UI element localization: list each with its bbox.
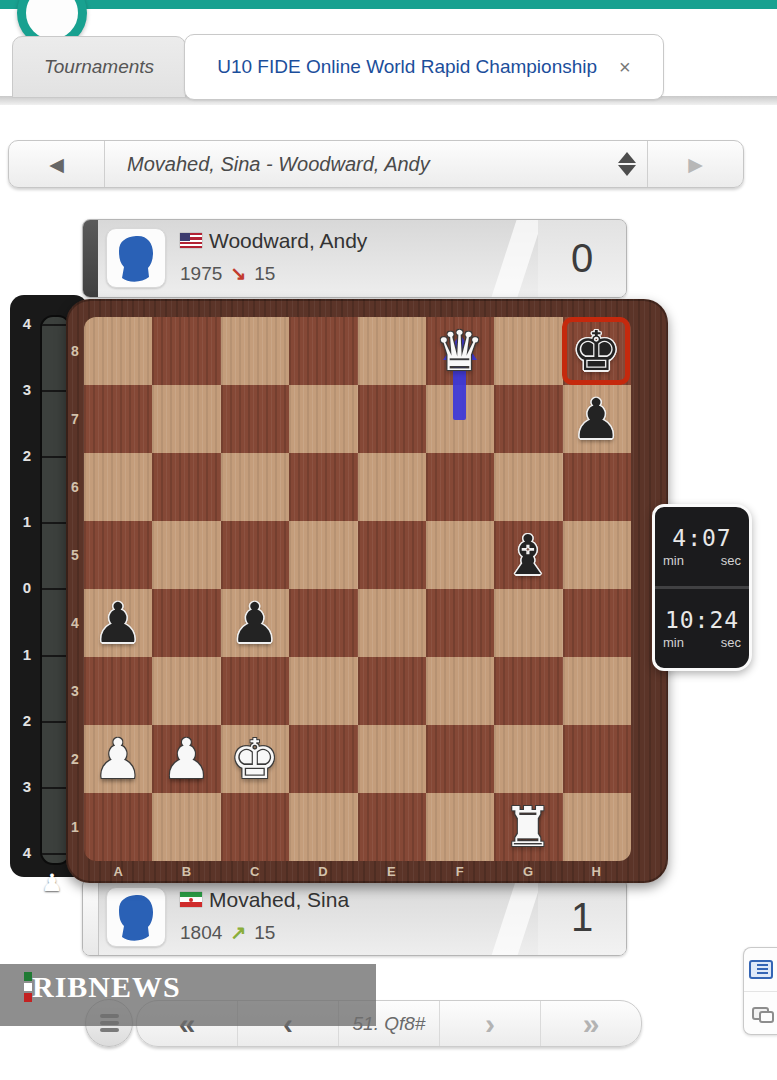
eval-scale-label: 1 <box>18 646 36 663</box>
min-label: min <box>663 553 684 568</box>
square-e2[interactable] <box>358 725 426 793</box>
square-c7[interactable] <box>221 385 289 453</box>
player-avatar-icon <box>116 893 156 941</box>
square-d2[interactable] <box>289 725 357 793</box>
file-label-A: A <box>84 861 152 881</box>
eval-scale-tick <box>42 721 69 723</box>
square-f2[interactable] <box>426 725 494 793</box>
list-icon <box>749 960 773 979</box>
eval-scale-label: 4 <box>18 315 36 332</box>
eval-scale-label: 0 <box>18 579 36 596</box>
file-label-H: H <box>562 861 630 881</box>
tab-active-label: U10 FIDE Online World Rapid Championship <box>217 56 597 78</box>
player-name-white: Movahed, Sina <box>209 888 349 912</box>
square-b6[interactable] <box>152 453 220 521</box>
square-h5[interactable] <box>563 521 631 589</box>
avatar <box>106 887 166 947</box>
square-a3[interactable] <box>84 657 152 725</box>
rank-label-4: 4 <box>66 589 84 657</box>
square-f4[interactable] <box>426 589 494 657</box>
eval-scale-tick <box>42 390 69 392</box>
notation-list-button[interactable] <box>744 948 777 991</box>
square-c5[interactable] <box>221 521 289 589</box>
player-name-black: Woodward, Andy <box>209 229 367 253</box>
piece-black-pawn-c4[interactable]: ♟ <box>221 589 289 657</box>
square-f1[interactable] <box>426 793 494 861</box>
square-g8[interactable] <box>494 317 562 385</box>
square-d1[interactable] <box>289 793 357 861</box>
square-e6[interactable] <box>358 453 426 521</box>
square-e8[interactable] <box>358 317 426 385</box>
chat-button[interactable] <box>744 991 777 1035</box>
game-clock: 4:07 min sec 10:24 min sec <box>652 504 752 671</box>
square-g2[interactable] <box>494 725 562 793</box>
eval-scale-label: 2 <box>18 447 36 464</box>
live-game-viewer: Tournaments U10 FIDE Online World Rapid … <box>0 0 777 1080</box>
square-g6[interactable] <box>494 453 562 521</box>
sec-label: sec <box>721 635 741 650</box>
rating-trend-up-icon: ↗ <box>230 921 246 944</box>
game-selector-title: Movahed, Sina - Woodward, Andy <box>105 141 607 187</box>
piece-white-king-c2[interactable]: ♚ <box>221 725 289 793</box>
square-b3[interactable] <box>152 657 220 725</box>
piece-black-pawn-a4[interactable]: ♟ <box>84 589 152 657</box>
score-black: 0 <box>538 220 626 297</box>
square-a8[interactable] <box>84 317 152 385</box>
eval-scale-tick <box>42 655 69 657</box>
watermark-text: RIBNEWS <box>32 970 181 1004</box>
chat-bubbles-icon <box>752 1007 770 1019</box>
spinner-down-icon <box>618 165 636 176</box>
rank-label-7: 7 <box>66 385 84 453</box>
square-a5[interactable] <box>84 521 152 589</box>
clock-black: 4:07 min sec <box>655 507 749 586</box>
square-b1[interactable] <box>152 793 220 861</box>
eval-scale-tick <box>42 324 69 326</box>
rating-white: 1804 <box>180 922 222 944</box>
side-tool-panel <box>743 947 777 1035</box>
rating-change-black: 15 <box>254 263 275 285</box>
rating-row-white: 1804 ↗ 15 <box>180 921 275 944</box>
square-c6[interactable] <box>221 453 289 521</box>
tab-tournaments[interactable]: Tournaments <box>12 36 186 98</box>
square-e3[interactable] <box>358 657 426 725</box>
square-g4[interactable] <box>494 589 562 657</box>
square-d3[interactable] <box>289 657 357 725</box>
rank-label-1: 1 <box>66 793 84 861</box>
square-e7[interactable] <box>358 385 426 453</box>
player-card-white: Movahed, Sina 1804 ↗ 15 1 <box>82 878 627 956</box>
eval-scale-tick <box>42 787 69 789</box>
square-d5[interactable] <box>289 521 357 589</box>
rating-change-white: 15 <box>254 922 275 944</box>
clock-white: 10:24 min sec <box>655 586 749 668</box>
black-side-indicator <box>83 220 98 297</box>
eval-scale-tick <box>42 522 69 524</box>
piece-black-bishop-g5[interactable]: ♝ <box>494 521 562 589</box>
file-label-E: E <box>357 861 425 881</box>
evaluation-marker-pawn-icon: ♟ <box>37 869 67 897</box>
last-move-button[interactable]: » <box>540 1001 641 1046</box>
square-h6[interactable] <box>563 453 631 521</box>
square-d8[interactable] <box>289 317 357 385</box>
left-arrow-icon: ◀ <box>49 153 64 176</box>
square-f6[interactable] <box>426 453 494 521</box>
piece-white-rook-g1[interactable]: ♜ <box>494 793 562 861</box>
piece-white-pawn-a2[interactable]: ♟ <box>84 725 152 793</box>
square-a1[interactable] <box>84 793 152 861</box>
next-move-button[interactable]: › <box>439 1001 540 1046</box>
rating-row-black: 1975 ↘ 15 <box>180 262 275 285</box>
avatar <box>106 228 166 288</box>
square-h3[interactable] <box>563 657 631 725</box>
iribnews-watermark: RIBNEWS <box>0 964 376 1026</box>
piece-black-king-h8[interactable]: ♚ <box>562 317 630 385</box>
tab-tournaments-label: Tournaments <box>44 56 154 78</box>
square-f3[interactable] <box>426 657 494 725</box>
square-a6[interactable] <box>84 453 152 521</box>
card-slash-divider <box>491 220 542 297</box>
next-game-button[interactable]: ▶ <box>648 141 743 187</box>
clock-white-time: 10:24 <box>665 607 739 633</box>
square-g7[interactable] <box>494 385 562 453</box>
eval-scale-tick <box>42 456 69 458</box>
eval-scale-tick <box>42 588 69 590</box>
tab-close-icon[interactable]: × <box>619 56 631 79</box>
eval-scale-label: 3 <box>18 381 36 398</box>
rank-label-5: 5 <box>66 521 84 589</box>
piece-white-pawn-b2[interactable]: ♟ <box>152 725 220 793</box>
rank-label-2: 2 <box>66 725 84 793</box>
piece-white-queen-f8[interactable]: ♛ <box>426 317 494 385</box>
square-d7[interactable] <box>289 385 357 453</box>
rating-black: 1975 <box>180 263 222 285</box>
piece-black-pawn-h7[interactable]: ♟ <box>562 385 630 453</box>
previous-game-button[interactable]: ◀ <box>9 141 104 187</box>
white-side-indicator <box>83 879 99 955</box>
score-white: 1 <box>538 879 626 955</box>
right-arrow-icon: ▶ <box>688 153 703 176</box>
square-b7[interactable] <box>152 385 220 453</box>
file-label-G: G <box>494 861 562 881</box>
min-label: min <box>663 635 684 650</box>
file-label-B: B <box>152 861 220 881</box>
accent-topbar <box>0 0 777 9</box>
file-label-F: F <box>426 861 494 881</box>
iran-tricolor-icon <box>24 972 32 1002</box>
square-c3[interactable] <box>221 657 289 725</box>
usa-flag-icon <box>180 233 202 248</box>
square-a7[interactable] <box>84 385 152 453</box>
file-label-D: D <box>289 861 357 881</box>
eval-scale-label: 2 <box>18 712 36 729</box>
iran-flag-icon <box>180 892 202 907</box>
square-c1[interactable] <box>221 793 289 861</box>
player-avatar-icon <box>116 234 156 282</box>
card-slash-divider <box>492 879 543 955</box>
rank-label-8: 8 <box>66 317 84 385</box>
sec-label: sec <box>721 553 741 568</box>
square-e5[interactable] <box>358 521 426 589</box>
tab-active-tournament[interactable]: U10 FIDE Online World Rapid Championship… <box>184 34 664 100</box>
square-b8[interactable] <box>152 317 220 385</box>
clock-black-time: 4:07 <box>672 525 731 551</box>
square-e4[interactable] <box>358 589 426 657</box>
square-d4[interactable] <box>289 589 357 657</box>
rating-trend-down-icon: ↘ <box>230 262 246 285</box>
square-h2[interactable] <box>563 725 631 793</box>
rank-label-6: 6 <box>66 453 84 521</box>
game-selector-bar: ◀ Movahed, Sina - Woodward, Andy ▶ <box>8 140 744 188</box>
eval-scale-label: 3 <box>18 778 36 795</box>
game-spinner[interactable] <box>607 141 647 187</box>
square-f5[interactable] <box>426 521 494 589</box>
spinner-up-icon <box>618 152 636 163</box>
square-e1[interactable] <box>358 793 426 861</box>
square-h4[interactable] <box>563 589 631 657</box>
square-b5[interactable] <box>152 521 220 589</box>
eval-scale-label: 4 <box>18 844 36 861</box>
eval-scale-tick <box>42 853 69 855</box>
square-b4[interactable] <box>152 589 220 657</box>
square-d6[interactable] <box>289 453 357 521</box>
rank-label-3: 3 <box>66 657 84 725</box>
square-h1[interactable] <box>563 793 631 861</box>
player-card-black: Woodward, Andy 1975 ↘ 15 0 <box>82 219 627 298</box>
file-label-C: C <box>221 861 289 881</box>
square-c8[interactable] <box>221 317 289 385</box>
square-g3[interactable] <box>494 657 562 725</box>
eval-scale-label: 1 <box>18 513 36 530</box>
